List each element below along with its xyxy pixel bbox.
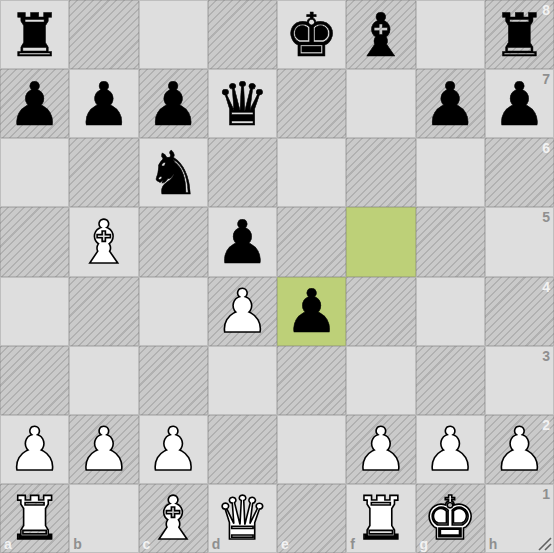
white-queen[interactable]: ♛ <box>208 484 277 553</box>
square-e7[interactable] <box>277 69 346 138</box>
square-a4[interactable] <box>0 277 69 346</box>
white-pawn[interactable]: ♟ <box>0 415 69 484</box>
black-queen[interactable]: ♛ <box>208 69 277 138</box>
square-f4[interactable] <box>346 277 415 346</box>
square-a7[interactable]: ♟ <box>0 69 69 138</box>
square-d4[interactable]: ♟ <box>208 277 277 346</box>
square-f7[interactable] <box>346 69 415 138</box>
square-c5[interactable] <box>139 207 208 276</box>
white-pawn[interactable]: ♟ <box>485 415 554 484</box>
square-b3[interactable] <box>69 346 138 415</box>
square-c1[interactable]: ♝c <box>139 484 208 553</box>
square-b4[interactable] <box>69 277 138 346</box>
square-d3[interactable] <box>208 346 277 415</box>
square-g1[interactable]: ♚g <box>416 484 485 553</box>
square-b2[interactable]: ♟ <box>69 415 138 484</box>
square-a1[interactable]: ♜a <box>0 484 69 553</box>
rank-label-4: 4 <box>542 280 550 294</box>
square-a8[interactable]: ♜ <box>0 0 69 69</box>
white-bishop[interactable]: ♝ <box>139 484 208 553</box>
resize-handle-icon[interactable] <box>536 535 552 551</box>
black-pawn[interactable]: ♟ <box>139 69 208 138</box>
square-g3[interactable] <box>416 346 485 415</box>
file-label-b: b <box>73 537 82 551</box>
square-c3[interactable] <box>139 346 208 415</box>
file-label-h: h <box>489 537 498 551</box>
square-h6[interactable]: 6 <box>485 138 554 207</box>
square-a2[interactable]: ♟ <box>0 415 69 484</box>
white-rook[interactable]: ♜ <box>0 484 69 553</box>
square-d5[interactable]: ♟ <box>208 207 277 276</box>
square-c7[interactable]: ♟ <box>139 69 208 138</box>
rank-label-6: 6 <box>542 141 550 155</box>
square-e3[interactable] <box>277 346 346 415</box>
square-f8[interactable]: ♝ <box>346 0 415 69</box>
square-e8[interactable]: ♚ <box>277 0 346 69</box>
square-h5[interactable]: 5 <box>485 207 554 276</box>
square-e6[interactable] <box>277 138 346 207</box>
square-b8[interactable] <box>69 0 138 69</box>
black-pawn[interactable]: ♟ <box>208 207 277 276</box>
square-e2[interactable] <box>277 415 346 484</box>
black-pawn[interactable]: ♟ <box>277 277 346 346</box>
square-d8[interactable] <box>208 0 277 69</box>
black-pawn[interactable]: ♟ <box>416 69 485 138</box>
square-c4[interactable] <box>139 277 208 346</box>
square-f1[interactable]: ♜f <box>346 484 415 553</box>
square-a3[interactable] <box>0 346 69 415</box>
black-rook[interactable]: ♜ <box>485 0 554 69</box>
square-f5[interactable] <box>346 207 415 276</box>
black-pawn[interactable]: ♟ <box>485 69 554 138</box>
square-d2[interactable] <box>208 415 277 484</box>
chess-board: ♜♚♝♜8♟♟♟♛♟♟7♞6♝♟5♟♟43♟♟♟♟♟♟2♜ab♝c♛de♜f♚g… <box>0 0 554 553</box>
square-c8[interactable] <box>139 0 208 69</box>
square-b1[interactable]: b <box>69 484 138 553</box>
square-e1[interactable]: e <box>277 484 346 553</box>
square-g4[interactable] <box>416 277 485 346</box>
square-f6[interactable] <box>346 138 415 207</box>
white-king[interactable]: ♚ <box>416 484 485 553</box>
black-bishop[interactable]: ♝ <box>346 0 415 69</box>
black-rook[interactable]: ♜ <box>0 0 69 69</box>
square-c6[interactable]: ♞ <box>139 138 208 207</box>
white-pawn[interactable]: ♟ <box>139 415 208 484</box>
white-pawn[interactable]: ♟ <box>69 415 138 484</box>
square-h4[interactable]: 4 <box>485 277 554 346</box>
square-g5[interactable] <box>416 207 485 276</box>
square-b5[interactable]: ♝ <box>69 207 138 276</box>
white-rook[interactable]: ♜ <box>346 484 415 553</box>
rank-label-3: 3 <box>542 349 550 363</box>
square-e5[interactable] <box>277 207 346 276</box>
square-f2[interactable]: ♟ <box>346 415 415 484</box>
file-label-e: e <box>281 537 289 551</box>
square-h3[interactable]: 3 <box>485 346 554 415</box>
square-d6[interactable] <box>208 138 277 207</box>
square-d7[interactable]: ♛ <box>208 69 277 138</box>
square-c2[interactable]: ♟ <box>139 415 208 484</box>
square-e4[interactable]: ♟ <box>277 277 346 346</box>
rank-label-1: 1 <box>542 487 550 501</box>
square-g7[interactable]: ♟ <box>416 69 485 138</box>
white-bishop[interactable]: ♝ <box>69 207 138 276</box>
rank-label-5: 5 <box>542 210 550 224</box>
square-b7[interactable]: ♟ <box>69 69 138 138</box>
white-pawn[interactable]: ♟ <box>416 415 485 484</box>
square-a6[interactable] <box>0 138 69 207</box>
square-g8[interactable] <box>416 0 485 69</box>
black-pawn[interactable]: ♟ <box>0 69 69 138</box>
square-a5[interactable] <box>0 207 69 276</box>
black-pawn[interactable]: ♟ <box>69 69 138 138</box>
square-g2[interactable]: ♟ <box>416 415 485 484</box>
square-g6[interactable] <box>416 138 485 207</box>
square-b6[interactable] <box>69 138 138 207</box>
square-h7[interactable]: ♟7 <box>485 69 554 138</box>
black-knight[interactable]: ♞ <box>139 138 208 207</box>
white-pawn[interactable]: ♟ <box>346 415 415 484</box>
white-pawn[interactable]: ♟ <box>208 277 277 346</box>
black-king[interactable]: ♚ <box>277 0 346 69</box>
square-h2[interactable]: ♟2 <box>485 415 554 484</box>
square-h8[interactable]: ♜8 <box>485 0 554 69</box>
square-f3[interactable] <box>346 346 415 415</box>
square-d1[interactable]: ♛d <box>208 484 277 553</box>
